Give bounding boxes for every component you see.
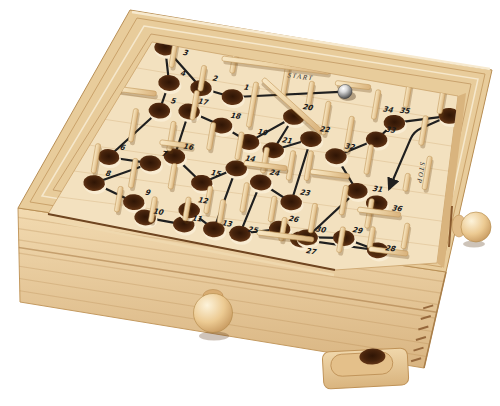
product-photo-scene: 1234567891011121314151617181920212223242… [0, 0, 500, 406]
hole-number-11: 11 [191, 214, 203, 224]
front-knob-shadow [199, 332, 229, 341]
hole-number-31: 31 [371, 184, 383, 194]
hole-number-21: 21 [281, 135, 293, 145]
front-knob-ball [194, 294, 233, 333]
labyrinth-game-photo: 1234567891011121314151617181920212223242… [0, 0, 500, 406]
ball-return-tray[interactable] [322, 347, 409, 389]
right-knob-ball [461, 212, 491, 242]
